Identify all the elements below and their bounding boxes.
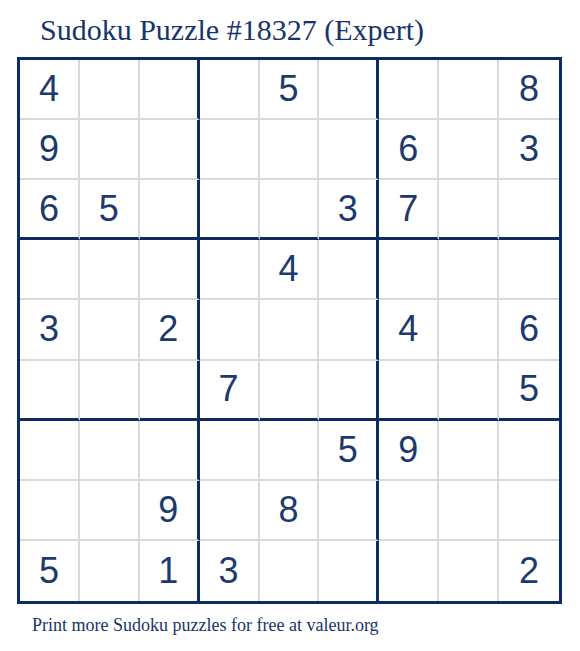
cell-r7c9-empty bbox=[499, 421, 559, 481]
cell-r9c2-empty bbox=[80, 541, 140, 601]
cell-r1c2-empty bbox=[80, 60, 140, 120]
cell-r1c4-empty bbox=[200, 60, 260, 120]
cell-r2c1-given-9: 9 bbox=[20, 120, 80, 180]
cell-r7c3-empty bbox=[140, 421, 200, 481]
cell-r6c5-empty bbox=[260, 361, 320, 421]
cell-r5c8-empty bbox=[439, 300, 499, 360]
cell-r9c1-given-5: 5 bbox=[20, 541, 80, 601]
cell-r1c5-given-5: 5 bbox=[260, 60, 320, 120]
cell-r2c7-given-6: 6 bbox=[379, 120, 439, 180]
cell-r9c5-empty bbox=[260, 541, 320, 601]
cell-r5c7-given-4: 4 bbox=[379, 300, 439, 360]
cell-r7c5-empty bbox=[260, 421, 320, 481]
cell-r3c7-given-7: 7 bbox=[379, 180, 439, 240]
cell-r4c2-empty bbox=[80, 240, 140, 300]
cell-r4c6-empty bbox=[319, 240, 379, 300]
cell-r3c3-empty bbox=[140, 180, 200, 240]
cell-r4c3-empty bbox=[140, 240, 200, 300]
cell-r8c9-empty bbox=[499, 481, 559, 541]
cell-r5c3-given-2: 2 bbox=[140, 300, 200, 360]
cell-r1c6-empty bbox=[319, 60, 379, 120]
cell-r8c1-empty bbox=[20, 481, 80, 541]
cell-r5c5-empty bbox=[260, 300, 320, 360]
cell-r8c4-empty bbox=[200, 481, 260, 541]
cell-r3c4-empty bbox=[200, 180, 260, 240]
cell-r6c4-given-7: 7 bbox=[200, 361, 260, 421]
cell-r2c9-given-3: 3 bbox=[499, 120, 559, 180]
cell-r4c7-empty bbox=[379, 240, 439, 300]
cell-r8c5-given-8: 8 bbox=[260, 481, 320, 541]
cell-r7c2-empty bbox=[80, 421, 140, 481]
cell-r6c3-empty bbox=[140, 361, 200, 421]
cell-r4c1-empty bbox=[20, 240, 80, 300]
cell-r7c8-empty bbox=[439, 421, 499, 481]
cell-r3c1-given-6: 6 bbox=[20, 180, 80, 240]
cell-r7c6-given-5: 5 bbox=[319, 421, 379, 481]
cell-r1c8-empty bbox=[439, 60, 499, 120]
cell-r4c8-empty bbox=[439, 240, 499, 300]
cell-r4c9-empty bbox=[499, 240, 559, 300]
cell-r6c8-empty bbox=[439, 361, 499, 421]
cell-r3c2-given-5: 5 bbox=[80, 180, 140, 240]
sudoku-board: 4589636537432467559985132 bbox=[17, 57, 562, 604]
cell-r5c9-given-6: 6 bbox=[499, 300, 559, 360]
cell-r8c2-empty bbox=[80, 481, 140, 541]
cell-r7c4-empty bbox=[200, 421, 260, 481]
cell-r7c1-empty bbox=[20, 421, 80, 481]
cell-r9c4-given-3: 3 bbox=[200, 541, 260, 601]
cell-r5c2-empty bbox=[80, 300, 140, 360]
cell-r8c7-empty bbox=[379, 481, 439, 541]
cell-r6c6-empty bbox=[319, 361, 379, 421]
cell-r2c4-empty bbox=[200, 120, 260, 180]
cell-r6c9-given-5: 5 bbox=[499, 361, 559, 421]
cell-r7c7-given-9: 9 bbox=[379, 421, 439, 481]
cell-r9c6-empty bbox=[319, 541, 379, 601]
cell-r6c7-empty bbox=[379, 361, 439, 421]
cell-r3c8-empty bbox=[439, 180, 499, 240]
cell-r5c1-given-3: 3 bbox=[20, 300, 80, 360]
cell-r2c6-empty bbox=[319, 120, 379, 180]
cell-r8c6-empty bbox=[319, 481, 379, 541]
cell-r9c7-empty bbox=[379, 541, 439, 601]
cell-r8c3-given-9: 9 bbox=[140, 481, 200, 541]
cell-r2c3-empty bbox=[140, 120, 200, 180]
cell-r3c5-empty bbox=[260, 180, 320, 240]
cell-r1c9-given-8: 8 bbox=[499, 60, 559, 120]
cell-r9c8-empty bbox=[439, 541, 499, 601]
cell-r4c4-empty bbox=[200, 240, 260, 300]
cell-r1c7-empty bbox=[379, 60, 439, 120]
cell-r5c4-empty bbox=[200, 300, 260, 360]
cell-r9c3-given-1: 1 bbox=[140, 541, 200, 601]
cell-r8c8-empty bbox=[439, 481, 499, 541]
cell-r1c3-empty bbox=[140, 60, 200, 120]
cell-r2c5-empty bbox=[260, 120, 320, 180]
cell-r6c1-empty bbox=[20, 361, 80, 421]
cell-r3c9-empty bbox=[499, 180, 559, 240]
cell-r3c6-given-3: 3 bbox=[319, 180, 379, 240]
cell-r2c2-empty bbox=[80, 120, 140, 180]
cell-r1c1-given-4: 4 bbox=[20, 60, 80, 120]
cell-r5c6-empty bbox=[319, 300, 379, 360]
cell-r2c8-empty bbox=[439, 120, 499, 180]
page-title: Sudoku Puzzle #18327 (Expert) bbox=[40, 13, 424, 46]
cell-r6c2-empty bbox=[80, 361, 140, 421]
cell-r9c9-given-2: 2 bbox=[499, 541, 559, 601]
cell-r4c5-given-4: 4 bbox=[260, 240, 320, 300]
footer-credit-text: Print more Sudoku puzzles for free at va… bbox=[32, 615, 379, 637]
